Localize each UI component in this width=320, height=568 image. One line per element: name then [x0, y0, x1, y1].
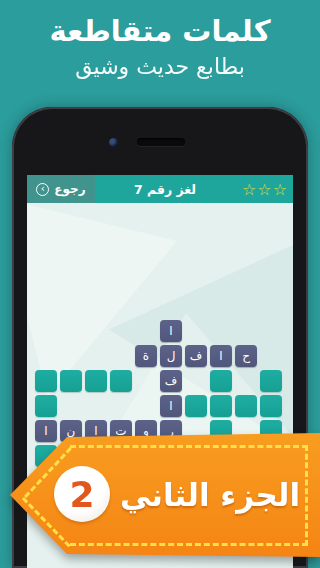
empty-tile[interactable] — [185, 395, 207, 417]
letter-tile[interactable]: ا — [160, 395, 182, 417]
part-two-ribbon: 2 الجزء الثاني — [10, 433, 320, 558]
grid-gap — [60, 320, 82, 342]
empty-tile[interactable] — [260, 395, 282, 417]
grid-gap — [210, 320, 232, 342]
grid-gap — [185, 370, 207, 392]
grid-gap — [235, 320, 257, 342]
empty-tile[interactable] — [60, 370, 82, 392]
empty-tile[interactable] — [210, 370, 232, 392]
empty-tile[interactable] — [35, 395, 57, 417]
grid-gap — [60, 395, 82, 417]
grid-gap — [260, 320, 282, 342]
speaker-slot — [137, 138, 185, 146]
grid-gap — [260, 345, 282, 367]
letter-tile[interactable]: ف — [185, 345, 207, 367]
camera-icon — [109, 138, 118, 147]
grid-gap — [85, 395, 107, 417]
grid-gap — [110, 345, 132, 367]
back-button[interactable]: ‹ رجوع — [27, 175, 95, 203]
letter-tile[interactable]: ا — [160, 320, 182, 342]
grid-gap — [60, 345, 82, 367]
empty-tile[interactable] — [235, 395, 257, 417]
letter-tile[interactable]: ل — [160, 345, 182, 367]
grid-gap — [110, 320, 132, 342]
empty-tile[interactable] — [210, 395, 232, 417]
letter-tile[interactable]: ة — [135, 345, 157, 367]
grid-gap — [110, 395, 132, 417]
empty-tile[interactable] — [85, 370, 107, 392]
grid-gap — [35, 345, 57, 367]
empty-tile[interactable] — [110, 370, 132, 392]
grid-gap — [185, 320, 207, 342]
grid-gap — [135, 370, 157, 392]
empty-tile[interactable] — [35, 370, 57, 392]
grid-gap — [135, 320, 157, 342]
ribbon-text: الجزء الثاني — [114, 477, 306, 513]
letter-tile[interactable]: ف — [160, 370, 182, 392]
part-number-badge: 2 — [54, 466, 110, 522]
app-title: كلمات متقاطعة — [0, 14, 320, 48]
letter-tile[interactable]: ح — [235, 345, 257, 367]
chevron-left-circle-icon: ‹ — [36, 183, 49, 196]
grid-gap — [135, 395, 157, 417]
grid-gap — [35, 320, 57, 342]
back-button-label: رجوع — [54, 182, 85, 196]
app-header-bar: ‹ رجوع لغز رقم 7 ☆☆☆ — [27, 175, 293, 203]
grid-gap — [85, 345, 107, 367]
puzzle-title: لغز رقم 7 — [95, 175, 235, 203]
promo-header: كلمات متقاطعة بطابع حديث وشيق — [0, 0, 320, 79]
empty-tile[interactable] — [260, 370, 282, 392]
ribbon-shape: 2 الجزء الثاني — [10, 433, 320, 558]
stars-rating-icons: ☆☆☆ — [242, 175, 288, 203]
grid-gap — [235, 370, 257, 392]
app-subtitle: بطابع حديث وشيق — [0, 54, 320, 79]
letter-tile[interactable]: ا — [210, 345, 232, 367]
grid-gap — [85, 320, 107, 342]
